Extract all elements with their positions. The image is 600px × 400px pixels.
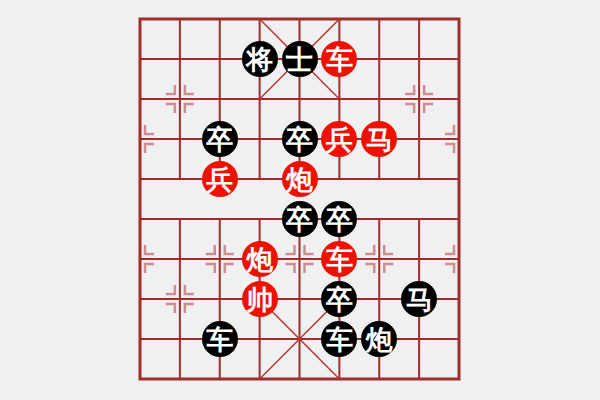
board-point: 车 xyxy=(200,319,240,359)
piece-black-soldier-2[interactable]: 卒 xyxy=(282,121,318,157)
board-point: 马 xyxy=(399,279,439,319)
board-point: 卒 xyxy=(319,279,359,319)
piece-black-advisor[interactable]: 士 xyxy=(282,41,318,77)
board-point: 士 xyxy=(280,39,320,79)
piece-black-soldier-1[interactable]: 卒 xyxy=(202,121,238,157)
board-point: 帅 xyxy=(240,279,280,319)
board-point: 炮 xyxy=(240,239,280,279)
piece-red-chariot-1[interactable]: 车 xyxy=(321,41,357,77)
board-point: 炮 xyxy=(280,159,320,199)
piece-black-general[interactable]: 将 xyxy=(242,41,278,77)
piece-red-soldier-1[interactable]: 兵 xyxy=(321,121,357,157)
board-point: 卒 xyxy=(280,119,320,159)
board-point: 车 xyxy=(319,319,359,359)
piece-black-cannon[interactable]: 炮 xyxy=(361,321,397,357)
board-point: 车 xyxy=(319,239,359,279)
board-point: 车 xyxy=(319,39,359,79)
piece-black-soldier-5[interactable]: 卒 xyxy=(321,281,357,317)
piece-layer: 将士车卒卒兵马兵炮卒卒炮车帅卒马车车炮 xyxy=(120,0,479,399)
board-point: 将 xyxy=(240,39,280,79)
piece-black-horse[interactable]: 马 xyxy=(401,281,437,317)
piece-red-cannon-1[interactable]: 炮 xyxy=(282,161,318,197)
piece-red-general[interactable]: 帅 xyxy=(242,281,278,317)
piece-red-horse[interactable]: 马 xyxy=(361,121,397,157)
board-point: 卒 xyxy=(200,119,240,159)
board-point: 卒 xyxy=(319,199,359,239)
board-point: 兵 xyxy=(200,159,240,199)
board-point: 卒 xyxy=(280,199,320,239)
piece-black-soldier-3[interactable]: 卒 xyxy=(282,201,318,237)
board-point: 炮 xyxy=(359,319,399,359)
board-point: 兵 xyxy=(319,119,359,159)
piece-black-chariot-2[interactable]: 车 xyxy=(321,321,357,357)
piece-red-cannon-2[interactable]: 炮 xyxy=(242,241,278,277)
xiangqi-diagram: 将士车卒卒兵马兵炮卒卒炮车帅卒马车车炮 xyxy=(0,0,600,400)
piece-black-chariot-1[interactable]: 车 xyxy=(202,321,238,357)
piece-red-chariot-2[interactable]: 车 xyxy=(321,241,357,277)
piece-red-soldier-2[interactable]: 兵 xyxy=(202,161,238,197)
piece-black-soldier-4[interactable]: 卒 xyxy=(321,201,357,237)
board-point: 马 xyxy=(359,119,399,159)
